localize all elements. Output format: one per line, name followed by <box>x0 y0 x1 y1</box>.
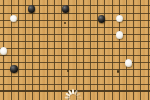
grid-line-horizontal <box>0 20 150 21</box>
grid-line-vertical <box>39 0 40 100</box>
grid-line-vertical <box>76 0 77 100</box>
black-stone <box>10 65 18 73</box>
grid-line-vertical <box>83 0 84 100</box>
grid-line-vertical <box>97 0 98 100</box>
go-app-screen <box>0 0 150 100</box>
grid-line-vertical <box>140 0 141 100</box>
grid-line-horizontal <box>0 5 150 6</box>
grid-line-vertical <box>126 0 127 100</box>
grid-line-horizontal <box>0 69 150 70</box>
grid-line-vertical <box>104 0 105 100</box>
grid-line-vertical <box>25 0 26 100</box>
grid-line-vertical <box>47 0 48 100</box>
grid-line-vertical <box>148 0 149 100</box>
grid-line-vertical <box>133 0 134 100</box>
white-stone <box>116 15 124 23</box>
grid-line-horizontal <box>0 84 150 85</box>
black-stone <box>98 15 106 23</box>
white-stone <box>116 31 124 39</box>
grid-line-horizontal <box>0 34 150 35</box>
grid-line-horizontal <box>0 13 150 14</box>
grid-line-horizontal <box>0 41 150 42</box>
grid-line-vertical <box>112 0 113 100</box>
grid-line-vertical <box>32 0 33 100</box>
grid-line-horizontal <box>0 27 150 28</box>
white-stone <box>125 59 133 67</box>
go-board[interactable] <box>0 0 150 100</box>
grid-line-vertical <box>68 0 69 100</box>
grid-line-horizontal <box>0 48 150 49</box>
grid-line-vertical <box>90 0 91 100</box>
grid-line-horizontal <box>0 55 150 56</box>
black-stone <box>28 5 36 13</box>
white-stone <box>0 47 7 55</box>
grid-line-horizontal <box>0 76 150 77</box>
grid-line-vertical <box>54 0 55 100</box>
grid-line-vertical <box>61 0 62 100</box>
grid-line-vertical <box>18 0 19 100</box>
